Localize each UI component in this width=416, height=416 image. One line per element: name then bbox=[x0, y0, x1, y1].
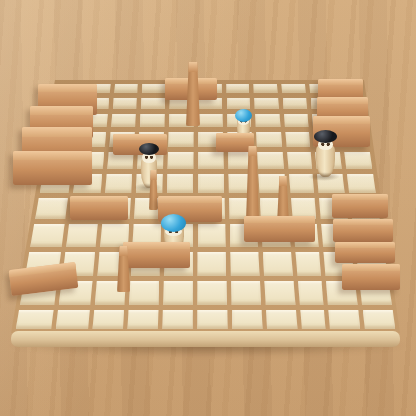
board-cell[interactable] bbox=[198, 152, 224, 169]
board-cell[interactable] bbox=[328, 310, 360, 329]
board-cell[interactable] bbox=[300, 310, 325, 329]
reserve-wall-horizontal[interactable] bbox=[332, 194, 388, 218]
board-cell[interactable] bbox=[363, 310, 396, 329]
board-front-edge bbox=[11, 331, 400, 347]
board-cell[interactable] bbox=[285, 132, 310, 147]
board-cell[interactable] bbox=[111, 114, 136, 127]
board-cell[interactable] bbox=[264, 281, 295, 305]
wall-horizontal[interactable] bbox=[70, 196, 128, 220]
board-cell[interactable] bbox=[287, 152, 312, 169]
board-cell[interactable] bbox=[66, 224, 98, 247]
wall-horizontal[interactable] bbox=[123, 242, 190, 268]
board-cell[interactable] bbox=[230, 252, 259, 276]
board-cell[interactable] bbox=[197, 310, 228, 329]
board-cell[interactable] bbox=[16, 310, 54, 329]
board-cell[interactable] bbox=[198, 224, 226, 247]
board-cell[interactable] bbox=[105, 174, 132, 193]
pawn-black-2[interactable] bbox=[314, 130, 337, 177]
board-cell[interactable] bbox=[283, 98, 308, 109]
reserve-wall-horizontal[interactable] bbox=[335, 242, 395, 263]
board-cell[interactable] bbox=[140, 114, 165, 127]
board-cell[interactable] bbox=[257, 152, 284, 169]
board-cell[interactable] bbox=[197, 281, 227, 305]
board-cell[interactable] bbox=[30, 224, 65, 247]
board-cell[interactable] bbox=[168, 132, 193, 147]
reserve-wall-horizontal[interactable] bbox=[13, 151, 92, 185]
board-cell[interactable] bbox=[256, 132, 282, 147]
board-cell[interactable] bbox=[298, 281, 324, 305]
board-cell[interactable] bbox=[347, 174, 376, 193]
board-cell[interactable] bbox=[284, 114, 309, 127]
board-cell[interactable] bbox=[255, 114, 281, 127]
board-cell[interactable] bbox=[197, 252, 226, 276]
reserve-wall-horizontal[interactable] bbox=[333, 219, 393, 242]
board-cell[interactable] bbox=[198, 114, 223, 127]
board-cell[interactable] bbox=[141, 98, 166, 109]
wall-horizontal[interactable] bbox=[244, 216, 315, 242]
pawn-cap-black bbox=[314, 130, 337, 143]
board-cell[interactable] bbox=[295, 252, 321, 276]
board-cell[interactable] bbox=[167, 152, 193, 169]
board-cell[interactable] bbox=[114, 84, 138, 93]
board-cell[interactable] bbox=[344, 152, 372, 169]
board-cell[interactable] bbox=[281, 84, 305, 93]
wall-horizontal[interactable] bbox=[216, 133, 254, 152]
board-cell[interactable] bbox=[129, 281, 160, 305]
board-cell[interactable] bbox=[56, 310, 90, 329]
photo-scene bbox=[0, 0, 416, 416]
pawn-cap-blue bbox=[161, 214, 186, 232]
board-cell[interactable] bbox=[263, 252, 293, 276]
board-cell[interactable] bbox=[35, 198, 68, 219]
board-cell[interactable] bbox=[226, 84, 249, 93]
board-cell[interactable] bbox=[142, 84, 166, 93]
board-cell[interactable] bbox=[254, 98, 279, 109]
board-cell[interactable] bbox=[266, 310, 298, 329]
board-cell[interactable] bbox=[167, 174, 194, 193]
board-cell[interactable] bbox=[253, 84, 277, 93]
board-cell[interactable] bbox=[113, 98, 137, 109]
board-cell[interactable] bbox=[231, 281, 261, 305]
board-cell[interactable] bbox=[232, 310, 263, 329]
pawn-cap-blue bbox=[235, 109, 252, 122]
board-cell[interactable] bbox=[163, 281, 193, 305]
reserve-wall-horizontal[interactable] bbox=[342, 264, 400, 290]
board-cell[interactable] bbox=[227, 98, 251, 109]
pawn-cap-black bbox=[139, 143, 159, 155]
board-cell[interactable] bbox=[127, 310, 158, 329]
board-cell[interactable] bbox=[198, 174, 225, 193]
board-cell[interactable] bbox=[92, 310, 124, 329]
board-cell[interactable] bbox=[162, 310, 193, 329]
wall-vertical[interactable] bbox=[186, 62, 200, 126]
